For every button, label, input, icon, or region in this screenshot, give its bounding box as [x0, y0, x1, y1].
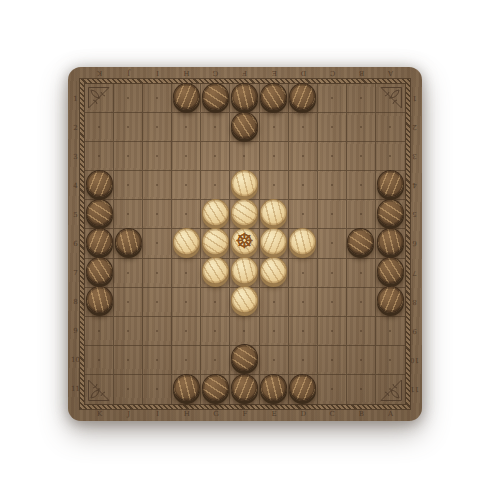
cell-F6[interactable]: ☸	[230, 229, 259, 258]
cell-E6[interactable]	[260, 229, 289, 258]
cell-C11[interactable]	[318, 375, 347, 404]
cell-J5[interactable]	[114, 200, 143, 229]
attacker-piece[interactable]	[86, 286, 113, 313]
cell-E4[interactable]	[260, 171, 289, 200]
attacker-piece[interactable]	[202, 374, 229, 401]
row-label-right-2: 2	[408, 113, 421, 142]
col-label-top-G: G	[201, 68, 230, 79]
cell-E7[interactable]	[260, 259, 289, 288]
col-label-bottom-F: F	[230, 408, 259, 419]
cell-I7[interactable]	[143, 259, 172, 288]
col-label-bottom-B: B	[347, 408, 376, 419]
col-label-top-D: D	[289, 68, 318, 79]
attacker-piece[interactable]	[86, 170, 113, 197]
attacker-piece[interactable]	[86, 199, 113, 226]
attacker-piece[interactable]	[202, 83, 229, 110]
cell-A6[interactable]	[376, 229, 405, 258]
cell-G4[interactable]	[201, 171, 230, 200]
row-label-left-5: 5	[69, 200, 82, 229]
cell-J6[interactable]	[114, 229, 143, 258]
col-label-top-H: H	[172, 68, 201, 79]
cell-E11[interactable]	[260, 375, 289, 404]
row-label-left-10: 10	[69, 346, 82, 375]
attacker-piece[interactable]	[260, 374, 287, 401]
cell-A9[interactable]	[376, 317, 405, 346]
attacker-piece[interactable]	[231, 83, 258, 110]
cell-B8[interactable]	[347, 288, 376, 317]
cell-G2[interactable]	[201, 113, 230, 142]
cell-K1[interactable]	[85, 84, 114, 113]
col-label-top-I: I	[143, 68, 172, 79]
defender-piece[interactable]	[231, 257, 258, 284]
cell-D3[interactable]	[289, 142, 318, 171]
cell-A3[interactable]	[376, 142, 405, 171]
defender-piece[interactable]	[289, 228, 316, 255]
row-label-left-6: 6	[69, 229, 82, 258]
cell-H11[interactable]	[172, 375, 201, 404]
attacker-piece[interactable]	[377, 257, 404, 284]
cell-D7[interactable]	[289, 259, 318, 288]
cell-C3[interactable]	[318, 142, 347, 171]
cell-B3[interactable]	[347, 142, 376, 171]
col-label-top-F: F	[230, 68, 259, 79]
cell-I3[interactable]	[143, 142, 172, 171]
cell-A10[interactable]	[376, 346, 405, 375]
attacker-piece[interactable]	[231, 374, 258, 401]
col-label-top-K: K	[85, 68, 114, 79]
cell-F3[interactable]	[230, 142, 259, 171]
cell-D9[interactable]	[289, 317, 318, 346]
cell-B6[interactable]	[347, 229, 376, 258]
defender-piece[interactable]	[260, 199, 287, 226]
cell-G10[interactable]	[201, 346, 230, 375]
cell-H1[interactable]	[172, 84, 201, 113]
cell-A11[interactable]	[376, 375, 405, 404]
cell-I1[interactable]	[143, 84, 172, 113]
attacker-piece[interactable]	[231, 344, 258, 371]
cell-B11[interactable]	[347, 375, 376, 404]
cell-F1[interactable]	[230, 84, 259, 113]
cell-F4[interactable]	[230, 171, 259, 200]
attacker-piece[interactable]	[289, 83, 316, 110]
cell-H8[interactable]	[172, 288, 201, 317]
cell-F2[interactable]	[230, 113, 259, 142]
attacker-piece[interactable]	[377, 199, 404, 226]
col-label-bottom-I: I	[143, 408, 172, 419]
defender-piece[interactable]	[231, 286, 258, 313]
cell-A2[interactable]	[376, 113, 405, 142]
attacker-piece[interactable]	[231, 112, 258, 139]
row-label-left-11: 11	[69, 375, 82, 404]
cell-D6[interactable]	[289, 229, 318, 258]
cell-F11[interactable]	[230, 375, 259, 404]
king-piece[interactable]: ☸	[231, 228, 258, 255]
col-label-bottom-E: E	[260, 408, 289, 419]
row-label-left-4: 4	[69, 171, 82, 200]
col-label-top-C: C	[318, 68, 347, 79]
cell-C9[interactable]	[318, 317, 347, 346]
cell-F8[interactable]	[230, 288, 259, 317]
defender-piece[interactable]	[231, 170, 258, 197]
cell-F9[interactable]	[230, 317, 259, 346]
cell-G5[interactable]	[201, 200, 230, 229]
col-label-top-J: J	[114, 68, 143, 79]
cell-H5[interactable]	[172, 200, 201, 229]
defender-piece[interactable]	[202, 199, 229, 226]
cell-E5[interactable]	[260, 200, 289, 229]
cell-F7[interactable]	[230, 259, 259, 288]
cell-J1[interactable]	[114, 84, 143, 113]
cell-A1[interactable]	[376, 84, 405, 113]
cell-A5[interactable]	[376, 200, 405, 229]
cell-H2[interactable]	[172, 113, 201, 142]
cell-J3[interactable]	[114, 142, 143, 171]
cell-E3[interactable]	[260, 142, 289, 171]
cell-C8[interactable]	[318, 288, 347, 317]
attacker-piece[interactable]	[86, 228, 113, 255]
cell-A7[interactable]	[376, 259, 405, 288]
column-labels-bottom: KJIHGFEDCBA	[85, 408, 405, 419]
row-label-right-6: 6	[408, 229, 421, 258]
row-label-right-4: 4	[408, 171, 421, 200]
cell-B2[interactable]	[347, 113, 376, 142]
col-label-bottom-K: K	[85, 408, 114, 419]
attacker-piece[interactable]	[377, 228, 404, 255]
column-labels-top: KJIHGFEDCBA	[85, 68, 405, 79]
cell-D4[interactable]	[289, 171, 318, 200]
row-label-left-8: 8	[69, 288, 82, 317]
cell-I9[interactable]	[143, 317, 172, 346]
row-labels-right: 1234567891011	[408, 84, 421, 404]
col-label-bottom-J: J	[114, 408, 143, 419]
cell-C6[interactable]	[318, 229, 347, 258]
cell-B5[interactable]	[347, 200, 376, 229]
cell-A4[interactable]	[376, 171, 405, 200]
defender-piece[interactable]	[202, 228, 229, 255]
cell-J7[interactable]	[114, 259, 143, 288]
cell-G3[interactable]	[201, 142, 230, 171]
attacker-piece[interactable]	[86, 257, 113, 284]
row-label-right-1: 1	[408, 84, 421, 113]
cell-I2[interactable]	[143, 113, 172, 142]
row-label-left-3: 3	[69, 142, 82, 171]
row-label-left-9: 9	[69, 317, 82, 346]
row-label-right-5: 5	[408, 200, 421, 229]
cell-E9[interactable]	[260, 317, 289, 346]
col-label-bottom-C: C	[318, 408, 347, 419]
cell-C7[interactable]	[318, 259, 347, 288]
attacker-piece[interactable]	[289, 374, 316, 401]
cell-C2[interactable]	[318, 113, 347, 142]
attacker-piece[interactable]	[347, 228, 374, 255]
cell-G11[interactable]	[201, 375, 230, 404]
row-label-right-7: 7	[408, 259, 421, 288]
hnefatafl-board: KJIHGFEDCBA KJIHGFEDCBA 1234567891011 12…	[68, 67, 422, 421]
cell-H6[interactable]	[172, 229, 201, 258]
col-label-bottom-D: D	[289, 408, 318, 419]
row-label-left-7: 7	[69, 259, 82, 288]
cell-H10[interactable]	[172, 346, 201, 375]
cell-E10[interactable]	[260, 346, 289, 375]
cell-H3[interactable]	[172, 142, 201, 171]
row-label-right-11: 11	[408, 375, 421, 404]
row-label-right-9: 9	[408, 317, 421, 346]
cell-C10[interactable]	[318, 346, 347, 375]
cell-B7[interactable]	[347, 259, 376, 288]
row-labels-left: 1234567891011	[69, 84, 82, 404]
cell-B4[interactable]	[347, 171, 376, 200]
cell-K6[interactable]	[85, 229, 114, 258]
cell-K11[interactable]	[85, 375, 114, 404]
cell-H9[interactable]	[172, 317, 201, 346]
col-label-top-A: A	[376, 68, 405, 79]
board-grid: ☸	[84, 83, 406, 405]
cell-G6[interactable]	[201, 229, 230, 258]
attacker-piece[interactable]	[173, 374, 200, 401]
cell-D5[interactable]	[289, 200, 318, 229]
cell-I11[interactable]	[143, 375, 172, 404]
cell-J9[interactable]	[114, 317, 143, 346]
defender-piece[interactable]	[231, 199, 258, 226]
cell-K10[interactable]	[85, 346, 114, 375]
cell-D8[interactable]	[289, 288, 318, 317]
cell-J10[interactable]	[114, 346, 143, 375]
cell-A8[interactable]	[376, 288, 405, 317]
row-label-right-3: 3	[408, 142, 421, 171]
photo-backdrop: KJIHGFEDCBA KJIHGFEDCBA 1234567891011 12…	[0, 0, 500, 500]
row-label-left-1: 1	[69, 84, 82, 113]
cell-F10[interactable]	[230, 346, 259, 375]
cell-E2[interactable]	[260, 113, 289, 142]
defender-piece[interactable]	[260, 257, 287, 284]
col-label-bottom-A: A	[376, 408, 405, 419]
cell-C4[interactable]	[318, 171, 347, 200]
cell-K2[interactable]	[85, 113, 114, 142]
col-label-bottom-G: G	[201, 408, 230, 419]
cell-G8[interactable]	[201, 288, 230, 317]
cell-K9[interactable]	[85, 317, 114, 346]
cell-G7[interactable]	[201, 259, 230, 288]
cell-I10[interactable]	[143, 346, 172, 375]
attacker-piece[interactable]	[115, 228, 142, 255]
cell-E1[interactable]	[260, 84, 289, 113]
cell-K7[interactable]	[85, 259, 114, 288]
cell-I8[interactable]	[143, 288, 172, 317]
cell-I4[interactable]	[143, 171, 172, 200]
attacker-piece[interactable]	[377, 286, 404, 313]
cell-K3[interactable]	[85, 142, 114, 171]
row-label-left-2: 2	[69, 113, 82, 142]
cell-F5[interactable]	[230, 200, 259, 229]
cell-J8[interactable]	[114, 288, 143, 317]
col-label-top-E: E	[260, 68, 289, 79]
cell-I6[interactable]	[143, 229, 172, 258]
col-label-top-B: B	[347, 68, 376, 79]
cell-D2[interactable]	[289, 113, 318, 142]
cell-J2[interactable]	[114, 113, 143, 142]
cell-K8[interactable]	[85, 288, 114, 317]
defender-piece[interactable]	[202, 257, 229, 284]
defender-piece[interactable]	[260, 228, 287, 255]
cell-E8[interactable]	[260, 288, 289, 317]
cell-H4[interactable]	[172, 171, 201, 200]
cell-C5[interactable]	[318, 200, 347, 229]
row-label-right-8: 8	[408, 288, 421, 317]
attacker-piece[interactable]	[173, 83, 200, 110]
cell-B9[interactable]	[347, 317, 376, 346]
cell-G1[interactable]	[201, 84, 230, 113]
col-label-bottom-H: H	[172, 408, 201, 419]
attacker-piece[interactable]	[377, 170, 404, 197]
cell-D11[interactable]	[289, 375, 318, 404]
attacker-piece[interactable]	[260, 83, 287, 110]
cell-G9[interactable]	[201, 317, 230, 346]
cell-I5[interactable]	[143, 200, 172, 229]
cell-J4[interactable]	[114, 171, 143, 200]
cell-J11[interactable]	[114, 375, 143, 404]
row-label-right-10: 10	[408, 346, 421, 375]
cell-B10[interactable]	[347, 346, 376, 375]
defender-piece[interactable]	[173, 228, 200, 255]
cell-D1[interactable]	[289, 84, 318, 113]
cell-B1[interactable]	[347, 84, 376, 113]
cell-H7[interactable]	[172, 259, 201, 288]
cell-K4[interactable]	[85, 171, 114, 200]
cell-D10[interactable]	[289, 346, 318, 375]
cell-K5[interactable]	[85, 200, 114, 229]
cell-C1[interactable]	[318, 84, 347, 113]
